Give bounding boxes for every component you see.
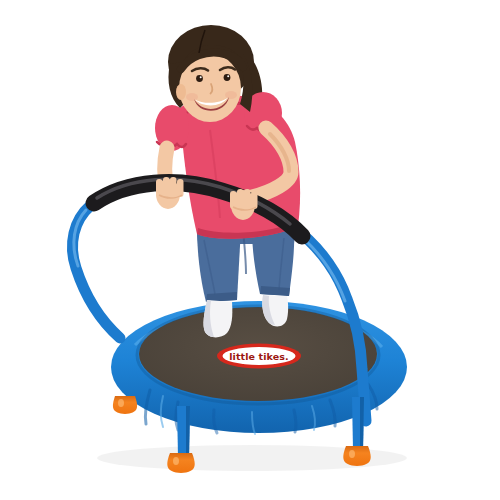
foot-front-left bbox=[167, 453, 194, 473]
product-photo: little tikes. bbox=[0, 0, 500, 500]
child-ear bbox=[176, 84, 186, 100]
child-hand-right bbox=[156, 177, 184, 209]
child-eye-left bbox=[196, 75, 203, 82]
illustration: little tikes. bbox=[0, 0, 500, 500]
child-eye-right bbox=[224, 74, 231, 81]
brand-logo: little tikes. bbox=[217, 344, 301, 369]
logo-text: little tikes. bbox=[229, 351, 288, 362]
foot-back-left bbox=[113, 396, 137, 414]
foot-right bbox=[343, 446, 370, 466]
handlebar-pole-left bbox=[72, 206, 120, 338]
